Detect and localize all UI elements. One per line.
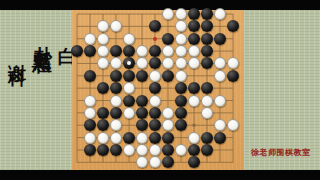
white-stone	[97, 33, 109, 45]
black-stone	[162, 70, 174, 82]
thumbnail-stage: 黑 谢科 白 朴廷桓 徐老师围棋教室	[0, 0, 320, 180]
letterbox-bar-bottom	[0, 170, 320, 180]
white-stone	[110, 132, 122, 144]
black-stone	[110, 70, 122, 82]
black-stone	[84, 70, 96, 82]
black-stone	[136, 70, 148, 82]
white-stone	[123, 107, 135, 119]
white-stone	[84, 107, 96, 119]
black-stone	[110, 107, 122, 119]
black-stone	[110, 45, 122, 57]
black-stone	[123, 70, 135, 82]
white-stone	[201, 95, 213, 107]
black-stone	[123, 95, 135, 107]
black-stone	[97, 144, 109, 156]
white-stone	[214, 8, 226, 20]
black-stone	[214, 132, 226, 144]
black-stone	[123, 45, 135, 57]
white-stone	[188, 45, 200, 57]
letterbox-bar-top	[0, 0, 320, 10]
last-move-marker	[127, 61, 131, 65]
white-stone	[162, 45, 174, 57]
black-stone	[188, 144, 200, 156]
white-stone	[188, 95, 200, 107]
white-stone	[84, 33, 96, 45]
white-stone	[84, 132, 96, 144]
white-stone	[136, 144, 148, 156]
black-stone	[84, 45, 96, 57]
black-stone	[214, 33, 226, 45]
white-stone	[97, 45, 109, 57]
white-stone	[162, 107, 174, 119]
black-stone	[201, 144, 213, 156]
white-stone	[123, 144, 135, 156]
black-stone	[175, 95, 187, 107]
white-stone	[162, 8, 174, 20]
black-stone	[188, 33, 200, 45]
white-stone	[149, 95, 161, 107]
white-stone	[188, 132, 200, 144]
white-stone	[175, 45, 187, 57]
black-stone	[149, 107, 161, 119]
go-board	[72, 10, 244, 170]
white-stone	[214, 70, 226, 82]
black-stone	[162, 132, 174, 144]
white-stone	[149, 70, 161, 82]
white-stone	[175, 33, 187, 45]
channel-watermark: 徐老师围棋教室	[251, 147, 317, 158]
black-stone	[162, 33, 174, 45]
black-stone	[110, 144, 122, 156]
black-stone	[97, 107, 109, 119]
black-stone	[71, 45, 83, 57]
white-stone	[84, 95, 96, 107]
left-panel: 黑 谢科 白 朴廷桓	[0, 10, 72, 170]
white-stone	[123, 33, 135, 45]
white-stone	[149, 144, 161, 156]
white-stone	[175, 8, 187, 20]
right-panel: 徐老师围棋教室	[244, 10, 320, 170]
white-player-name: 朴廷桓	[31, 31, 55, 46]
black-stone	[136, 95, 148, 107]
black-stone	[136, 107, 148, 119]
black-stone	[188, 8, 200, 20]
white-stone	[136, 45, 148, 57]
black-stone	[123, 132, 135, 144]
black-stone	[149, 132, 161, 144]
black-stone	[149, 45, 161, 57]
white-stone	[136, 132, 148, 144]
white-stone	[175, 144, 187, 156]
white-stone	[214, 95, 226, 107]
white-stone	[97, 132, 109, 144]
red-dot-marker	[153, 37, 157, 41]
white-stone	[110, 95, 122, 107]
black-stone	[201, 132, 213, 144]
black-stone	[175, 107, 187, 119]
black-stone	[201, 45, 213, 57]
black-stone	[201, 8, 213, 20]
player-names: 黑 谢科 白 朴廷桓	[0, 10, 72, 170]
black-stone	[84, 144, 96, 156]
black-stone	[227, 70, 239, 82]
black-stone	[162, 144, 174, 156]
white-stone	[201, 107, 213, 119]
black-stone	[201, 33, 213, 45]
black-player-name: 谢科	[5, 49, 29, 59]
white-stone	[175, 70, 187, 82]
